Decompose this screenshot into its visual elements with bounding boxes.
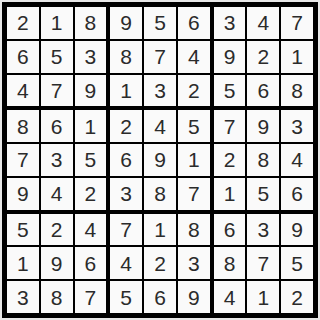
sudoku-box-8: 718423569 [110,214,209,313]
cell-r6c7[interactable]: 1 [214,178,246,210]
cell-r8c8[interactable]: 7 [247,247,279,279]
cell-r2c5[interactable]: 7 [144,41,176,73]
cell-r9c2[interactable]: 8 [41,281,73,313]
cell-r3c7[interactable]: 5 [214,75,246,107]
cell-r4c2[interactable]: 6 [41,110,73,142]
cell-r5c7[interactable]: 2 [214,144,246,176]
cell-r3c6[interactable]: 2 [178,75,210,107]
cell-r5c1[interactable]: 7 [7,144,39,176]
sudoku-page: 2186534799568741323479215688617359422456… [0,0,320,320]
cell-r1c1[interactable]: 2 [7,7,39,39]
cell-r6c3[interactable]: 2 [75,178,107,210]
cell-r6c8[interactable]: 5 [247,178,279,210]
cell-r4c1[interactable]: 8 [7,110,39,142]
cell-r5c3[interactable]: 5 [75,144,107,176]
cell-r4c9[interactable]: 3 [281,110,313,142]
cell-r4c6[interactable]: 5 [178,110,210,142]
cell-r2c6[interactable]: 4 [178,41,210,73]
cell-r8c9[interactable]: 5 [281,247,313,279]
cell-r1c4[interactable]: 9 [110,7,142,39]
cell-r7c8[interactable]: 3 [247,214,279,246]
cell-r1c7[interactable]: 3 [214,7,246,39]
cell-r9c4[interactable]: 5 [110,281,142,313]
cell-r2c2[interactable]: 5 [41,41,73,73]
cell-r8c1[interactable]: 1 [7,247,39,279]
cell-r4c3[interactable]: 1 [75,110,107,142]
cell-r5c5[interactable]: 9 [144,144,176,176]
cell-r9c7[interactable]: 4 [214,281,246,313]
cell-r6c1[interactable]: 9 [7,178,39,210]
cell-r5c9[interactable]: 4 [281,144,313,176]
cell-r1c9[interactable]: 7 [281,7,313,39]
cell-r2c8[interactable]: 2 [247,41,279,73]
cell-r1c3[interactable]: 8 [75,7,107,39]
cell-r2c7[interactable]: 9 [214,41,246,73]
cell-r8c6[interactable]: 3 [178,247,210,279]
cell-r7c1[interactable]: 5 [7,214,39,246]
cell-r2c3[interactable]: 3 [75,41,107,73]
cell-r2c1[interactable]: 6 [7,41,39,73]
cell-r9c8[interactable]: 1 [247,281,279,313]
sudoku-box-4: 861735942 [7,110,106,209]
cell-r9c3[interactable]: 7 [75,281,107,313]
cell-r1c8[interactable]: 4 [247,7,279,39]
cell-r9c6[interactable]: 9 [178,281,210,313]
cell-r9c1[interactable]: 3 [7,281,39,313]
cell-r6c5[interactable]: 8 [144,178,176,210]
cell-r3c3[interactable]: 9 [75,75,107,107]
cell-r8c4[interactable]: 4 [110,247,142,279]
cell-r9c9[interactable]: 2 [281,281,313,313]
cell-r3c4[interactable]: 1 [110,75,142,107]
cell-r3c2[interactable]: 7 [41,75,73,107]
cell-r5c8[interactable]: 8 [247,144,279,176]
sudoku-box-1: 218653479 [7,7,106,106]
cell-r2c9[interactable]: 1 [281,41,313,73]
cell-r2c4[interactable]: 8 [110,41,142,73]
cell-r7c9[interactable]: 9 [281,214,313,246]
cell-r6c4[interactable]: 3 [110,178,142,210]
sudoku-box-9: 639875412 [214,214,313,313]
cell-r5c4[interactable]: 6 [110,144,142,176]
cell-r6c9[interactable]: 6 [281,178,313,210]
cell-r4c5[interactable]: 4 [144,110,176,142]
cell-r4c8[interactable]: 9 [247,110,279,142]
cell-r5c6[interactable]: 1 [178,144,210,176]
cell-r3c9[interactable]: 8 [281,75,313,107]
cell-r5c2[interactable]: 3 [41,144,73,176]
sudoku-box-3: 347921568 [214,7,313,106]
cell-r6c6[interactable]: 7 [178,178,210,210]
cell-r7c4[interactable]: 7 [110,214,142,246]
sudoku-board: 2186534799568741323479215688617359422456… [2,2,318,318]
cell-r8c7[interactable]: 8 [214,247,246,279]
cell-r9c5[interactable]: 6 [144,281,176,313]
cell-r1c6[interactable]: 6 [178,7,210,39]
sudoku-box-2: 956874132 [110,7,209,106]
sudoku-box-6: 793284156 [214,110,313,209]
cell-r8c3[interactable]: 6 [75,247,107,279]
cell-r4c7[interactable]: 7 [214,110,246,142]
cell-r1c2[interactable]: 1 [41,7,73,39]
cell-r7c3[interactable]: 4 [75,214,107,246]
cell-r7c2[interactable]: 2 [41,214,73,246]
cell-r4c4[interactable]: 2 [110,110,142,142]
cell-r3c1[interactable]: 4 [7,75,39,107]
sudoku-box-5: 245691387 [110,110,209,209]
cell-r7c7[interactable]: 6 [214,214,246,246]
cell-r3c8[interactable]: 6 [247,75,279,107]
cell-r7c6[interactable]: 8 [178,214,210,246]
cell-r7c5[interactable]: 1 [144,214,176,246]
cell-r1c5[interactable]: 5 [144,7,176,39]
sudoku-box-7: 524196387 [7,214,106,313]
cell-r8c5[interactable]: 2 [144,247,176,279]
cell-r3c5[interactable]: 3 [144,75,176,107]
cell-r6c2[interactable]: 4 [41,178,73,210]
cell-r8c2[interactable]: 9 [41,247,73,279]
